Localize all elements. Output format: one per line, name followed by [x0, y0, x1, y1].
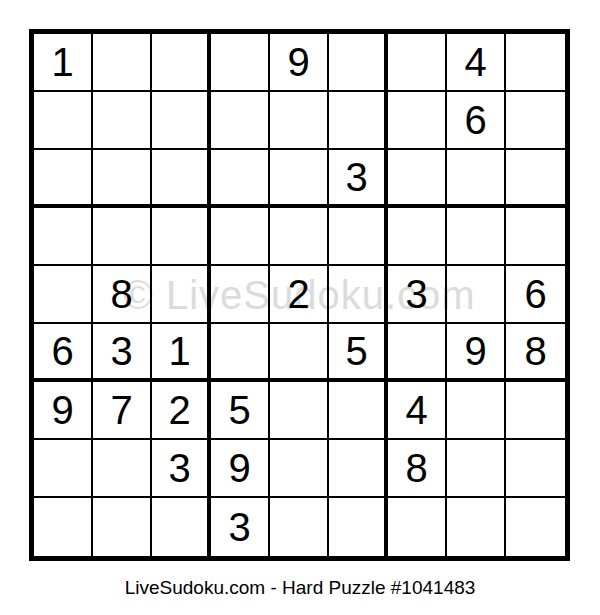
sudoku-page: © LiveSudoku.com 19463823663159897254398…	[0, 0, 600, 615]
cell-r3c2[interactable]	[93, 150, 152, 208]
cell-r3c8[interactable]	[447, 150, 506, 208]
cell-r1c5[interactable]: 9	[270, 34, 329, 92]
cell-r7c9[interactable]	[506, 382, 565, 440]
cell-r7c4[interactable]: 5	[211, 382, 270, 440]
cell-r2c8[interactable]: 6	[447, 92, 506, 150]
cell-r5c6[interactable]	[329, 266, 388, 324]
cell-r6c9[interactable]: 8	[506, 324, 565, 382]
cell-r2c6[interactable]	[329, 92, 388, 150]
cell-r8c4[interactable]: 9	[211, 440, 270, 498]
cell-r4c7[interactable]	[388, 208, 447, 266]
cell-r8c1[interactable]	[34, 440, 93, 498]
cell-r5c5[interactable]: 2	[270, 266, 329, 324]
cell-r9c4[interactable]: 3	[211, 498, 270, 556]
cell-r1c9[interactable]	[506, 34, 565, 92]
cell-r9c1[interactable]	[34, 498, 93, 556]
cell-r2c4[interactable]	[211, 92, 270, 150]
cell-r1c4[interactable]	[211, 34, 270, 92]
cell-r8c9[interactable]	[506, 440, 565, 498]
cell-r4c8[interactable]	[447, 208, 506, 266]
cell-r9c7[interactable]	[388, 498, 447, 556]
cell-r6c5[interactable]	[270, 324, 329, 382]
cell-r3c1[interactable]	[34, 150, 93, 208]
cell-r4c1[interactable]	[34, 208, 93, 266]
cell-r1c1[interactable]: 1	[34, 34, 93, 92]
cell-r3c4[interactable]	[211, 150, 270, 208]
cell-r2c7[interactable]	[388, 92, 447, 150]
cell-r7c6[interactable]	[329, 382, 388, 440]
cell-r6c3[interactable]: 1	[152, 324, 211, 382]
cell-r5c8[interactable]	[447, 266, 506, 324]
cell-r8c7[interactable]: 8	[388, 440, 447, 498]
cell-r1c3[interactable]	[152, 34, 211, 92]
cell-r5c2[interactable]: 8	[93, 266, 152, 324]
cell-r7c3[interactable]: 2	[152, 382, 211, 440]
cell-r1c8[interactable]: 4	[447, 34, 506, 92]
cell-r5c7[interactable]: 3	[388, 266, 447, 324]
cell-r9c6[interactable]	[329, 498, 388, 556]
cell-r6c7[interactable]	[388, 324, 447, 382]
cell-r1c6[interactable]	[329, 34, 388, 92]
cell-r9c2[interactable]	[93, 498, 152, 556]
cell-r9c8[interactable]	[447, 498, 506, 556]
cell-r3c5[interactable]	[270, 150, 329, 208]
cell-r6c1[interactable]: 6	[34, 324, 93, 382]
cell-r7c1[interactable]: 9	[34, 382, 93, 440]
cell-r8c5[interactable]	[270, 440, 329, 498]
cell-r5c4[interactable]	[211, 266, 270, 324]
sudoku-board: © LiveSudoku.com 19463823663159897254398…	[29, 29, 570, 561]
cell-r4c2[interactable]	[93, 208, 152, 266]
caption: LiveSudoku.com - Hard Puzzle #1041483	[0, 577, 600, 599]
cell-r5c3[interactable]	[152, 266, 211, 324]
cell-r4c3[interactable]	[152, 208, 211, 266]
cell-r1c7[interactable]	[388, 34, 447, 92]
cell-r6c8[interactable]: 9	[447, 324, 506, 382]
cell-r9c3[interactable]	[152, 498, 211, 556]
cell-r2c9[interactable]	[506, 92, 565, 150]
cell-r8c6[interactable]	[329, 440, 388, 498]
cell-r2c3[interactable]	[152, 92, 211, 150]
cell-r8c2[interactable]	[93, 440, 152, 498]
cell-r4c4[interactable]	[211, 208, 270, 266]
cell-r2c2[interactable]	[93, 92, 152, 150]
cell-r6c6[interactable]: 5	[329, 324, 388, 382]
cell-r5c1[interactable]	[34, 266, 93, 324]
cell-r4c5[interactable]	[270, 208, 329, 266]
cell-r1c2[interactable]	[93, 34, 152, 92]
cell-r7c5[interactable]	[270, 382, 329, 440]
cell-r8c3[interactable]: 3	[152, 440, 211, 498]
cell-r8c8[interactable]	[447, 440, 506, 498]
cell-r4c6[interactable]	[329, 208, 388, 266]
cell-r2c1[interactable]	[34, 92, 93, 150]
cell-r7c8[interactable]	[447, 382, 506, 440]
cell-r6c2[interactable]: 3	[93, 324, 152, 382]
cell-r6c4[interactable]	[211, 324, 270, 382]
cell-r4c9[interactable]	[506, 208, 565, 266]
cell-r7c7[interactable]: 4	[388, 382, 447, 440]
cell-r3c7[interactable]	[388, 150, 447, 208]
cell-r7c2[interactable]: 7	[93, 382, 152, 440]
cell-r9c5[interactable]	[270, 498, 329, 556]
cell-r2c5[interactable]	[270, 92, 329, 150]
cell-r3c6[interactable]: 3	[329, 150, 388, 208]
cell-r9c9[interactable]	[506, 498, 565, 556]
cell-r5c9[interactable]: 6	[506, 266, 565, 324]
sudoku-grid: © LiveSudoku.com 19463823663159897254398…	[29, 29, 570, 561]
cell-r3c9[interactable]	[506, 150, 565, 208]
cell-r3c3[interactable]	[152, 150, 211, 208]
